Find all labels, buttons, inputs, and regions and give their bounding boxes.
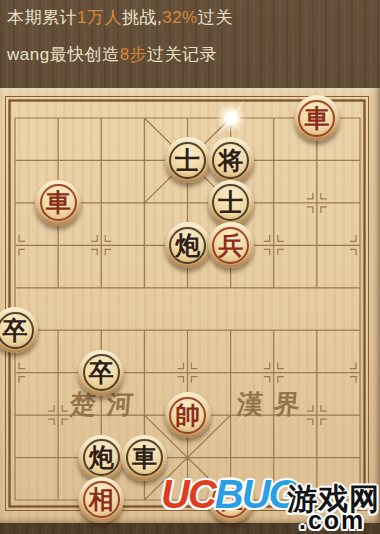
piece-glyph: 車 [35,180,81,226]
piece-glyph: 卒 [78,350,124,396]
piece-glyph: 炮 [78,435,124,481]
watermark-bug: BUG [215,472,298,516]
stats-text: 本期累计 [7,8,77,27]
piece-black-file0-rank5[interactable]: 卒 [0,307,38,353]
river-label-han-jie: 漢界 [235,387,312,422]
stats-text: 挑战, [122,8,162,27]
piece-red-file7-rank0[interactable]: 車 [294,95,340,141]
stats-line-record: wang最快创造8步过关记录 [7,43,217,66]
piece-black-file4-rank3[interactable]: 炮 [165,222,211,268]
piece-black-file5-rank1[interactable]: 将 [208,137,254,183]
piece-glyph: 相 [78,477,124,523]
watermark-uc: UC [161,472,215,516]
piece-glyph: 士 [165,137,211,183]
piece-red-file1-rank2[interactable]: 車 [35,180,81,226]
piece-glyph: 士 [208,180,254,226]
piece-black-file5-rank2[interactable]: 士 [208,180,254,226]
piece-glyph: 兵 [208,222,254,268]
xiangqi-challenge-screen: { "game": "xiangqi", "header": { "line1"… [0,0,380,534]
piece-red-file2-rank9[interactable]: 相 [78,477,124,523]
piece-glyph: 帥 [165,392,211,438]
piece-red-file5-rank3[interactable]: 兵 [208,222,254,268]
record-text: 过关记录 [147,45,217,64]
piece-red-file4-rank7[interactable]: 帥 [165,392,211,438]
record-text: wang最快创造 [7,45,120,64]
piece-black-file2-rank8[interactable]: 炮 [78,435,124,481]
stats-text: 过关 [198,8,233,27]
piece-glyph: 炮 [165,222,211,268]
piece-glyph: 車 [294,95,340,141]
piece-black-file4-rank1[interactable]: 士 [165,137,211,183]
watermark-ucbug: UCBUG [161,472,298,517]
xiangqi-board[interactable]: 楚河 漢界 車士将車士炮兵卒卒帥炮車相仕 [0,88,380,523]
piece-black-file2-rank6[interactable]: 卒 [78,350,124,396]
watermark-com: .com [299,506,365,534]
piece-glyph: 将 [208,137,254,183]
stats-percent-highlight: 32% [162,8,198,27]
piece-glyph: 卒 [0,307,38,353]
record-steps-highlight: 8步 [120,45,147,64]
stats-line-participants: 本期累计1万人挑战,32%过关 [7,6,233,29]
stats-count-highlight: 1万人 [77,8,122,27]
